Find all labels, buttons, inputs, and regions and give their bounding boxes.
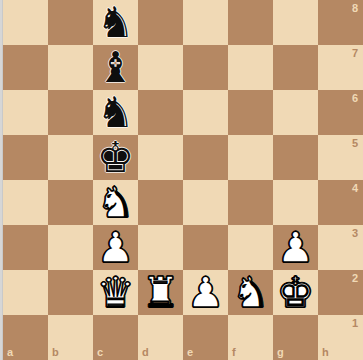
square-f4[interactable] [228,180,273,225]
rank-label-7: 7 [352,48,358,59]
square-e3[interactable] [183,225,228,270]
square-b8[interactable] [48,0,93,45]
square-f6[interactable] [228,90,273,135]
square-h6[interactable]: 6 [318,90,363,135]
piece-white-queen[interactable]: ♛ [97,270,135,315]
piece-black-bishop[interactable]: ♝ [97,45,135,90]
square-h7[interactable]: 7 [318,45,363,90]
square-a3[interactable] [3,225,48,270]
file-label-c: c [97,347,103,358]
square-c6[interactable]: ♞ [93,90,138,135]
square-c3[interactable]: ♟ [93,225,138,270]
square-b5[interactable] [48,135,93,180]
chess-app-window: ♞8♝7♞6♚5♞4♟♟3♛♜♟♞♚2abcdefgh1 [0,0,363,360]
rank-label-1: 1 [352,318,358,329]
square-g2[interactable]: ♚ [273,270,318,315]
square-c4[interactable]: ♞ [93,180,138,225]
square-f8[interactable] [228,0,273,45]
square-e7[interactable] [183,45,228,90]
piece-white-knight[interactable]: ♞ [97,180,135,225]
square-a6[interactable] [3,90,48,135]
square-a2[interactable] [3,270,48,315]
piece-white-king[interactable]: ♚ [277,270,315,315]
file-label-b: b [52,347,59,358]
piece-white-pawn[interactable]: ♟ [277,225,315,270]
piece-white-pawn[interactable]: ♟ [187,270,225,315]
square-g8[interactable] [273,0,318,45]
piece-white-knight[interactable]: ♞ [232,270,270,315]
square-c2[interactable]: ♛ [93,270,138,315]
rank-label-2: 2 [352,273,358,284]
square-d2[interactable]: ♜ [138,270,183,315]
square-e5[interactable] [183,135,228,180]
square-d1[interactable]: d [138,315,183,360]
square-h3[interactable]: 3 [318,225,363,270]
square-g1[interactable]: g [273,315,318,360]
square-h8[interactable]: 8 [318,0,363,45]
square-b1[interactable]: b [48,315,93,360]
square-d4[interactable] [138,180,183,225]
square-g5[interactable] [273,135,318,180]
square-e1[interactable]: e [183,315,228,360]
square-d3[interactable] [138,225,183,270]
square-h5[interactable]: 5 [318,135,363,180]
square-h2[interactable]: 2 [318,270,363,315]
rank-label-8: 8 [352,3,358,14]
square-b6[interactable] [48,90,93,135]
square-a4[interactable] [3,180,48,225]
square-e6[interactable] [183,90,228,135]
square-a5[interactable] [3,135,48,180]
file-label-a: a [7,347,13,358]
square-a7[interactable] [3,45,48,90]
square-c1[interactable]: c [93,315,138,360]
square-g6[interactable] [273,90,318,135]
square-d7[interactable] [138,45,183,90]
square-e2[interactable]: ♟ [183,270,228,315]
file-label-d: d [142,347,149,358]
square-d6[interactable] [138,90,183,135]
square-g3[interactable]: ♟ [273,225,318,270]
square-d5[interactable] [138,135,183,180]
square-e4[interactable] [183,180,228,225]
piece-black-knight[interactable]: ♞ [97,90,135,135]
square-b7[interactable] [48,45,93,90]
square-h1[interactable]: h1 [318,315,363,360]
square-f3[interactable] [228,225,273,270]
square-e8[interactable] [183,0,228,45]
rank-label-4: 4 [352,183,358,194]
file-label-e: e [187,347,193,358]
square-h4[interactable]: 4 [318,180,363,225]
square-c8[interactable]: ♞ [93,0,138,45]
square-a8[interactable] [3,0,48,45]
square-b4[interactable] [48,180,93,225]
rank-label-3: 3 [352,228,358,239]
square-f2[interactable]: ♞ [228,270,273,315]
square-c7[interactable]: ♝ [93,45,138,90]
file-label-g: g [277,347,284,358]
piece-black-king[interactable]: ♚ [97,135,135,180]
piece-white-rook[interactable]: ♜ [142,270,180,315]
square-d8[interactable] [138,0,183,45]
square-f7[interactable] [228,45,273,90]
square-a1[interactable]: a [3,315,48,360]
piece-black-knight[interactable]: ♞ [97,0,135,45]
square-g4[interactable] [273,180,318,225]
rank-label-5: 5 [352,138,358,149]
square-f1[interactable]: f [228,315,273,360]
square-b2[interactable] [48,270,93,315]
square-f5[interactable] [228,135,273,180]
rank-label-6: 6 [352,93,358,104]
file-label-h: h [322,347,329,358]
square-b3[interactable] [48,225,93,270]
square-c5[interactable]: ♚ [93,135,138,180]
square-g7[interactable] [273,45,318,90]
chess-board: ♞8♝7♞6♚5♞4♟♟3♛♜♟♞♚2abcdefgh1 [3,0,363,360]
piece-white-pawn[interactable]: ♟ [97,225,135,270]
file-label-f: f [232,347,236,358]
